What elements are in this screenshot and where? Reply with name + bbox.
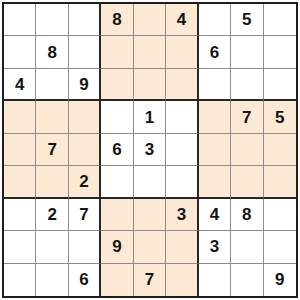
cell-r1c8[interactable]: 5 [231,4,263,36]
cell-r7c3[interactable]: 7 [69,199,101,231]
cell-r8c4[interactable]: 9 [101,231,133,263]
cell-r2c6[interactable] [166,36,198,68]
cell-r9c7[interactable] [199,264,231,296]
cell-r4c3[interactable] [69,101,101,133]
cell-r7c6[interactable]: 3 [166,199,198,231]
cell-r3c1[interactable]: 4 [4,69,36,101]
cell-r6c2[interactable] [36,166,68,198]
cell-r5c4[interactable]: 6 [101,134,133,166]
cell-r6c9[interactable] [264,166,296,198]
cell-r1c3[interactable] [69,4,101,36]
cell-r1c2[interactable] [36,4,68,36]
cell-r9c4[interactable] [101,264,133,296]
cell-r4c8[interactable]: 7 [231,101,263,133]
cell-r3c8[interactable] [231,69,263,101]
cell-r8c1[interactable] [4,231,36,263]
sudoku-board: 845864917576322734893679 [2,2,298,298]
cell-r7c7[interactable]: 4 [199,199,231,231]
cell-r5c8[interactable] [231,134,263,166]
cell-r5c7[interactable] [199,134,231,166]
cell-r3c3[interactable]: 9 [69,69,101,101]
cell-r1c7[interactable] [199,4,231,36]
cell-r5c6[interactable] [166,134,198,166]
cell-r2c8[interactable] [231,36,263,68]
cell-r5c5[interactable]: 3 [134,134,166,166]
cell-r6c5[interactable] [134,166,166,198]
cell-r8c2[interactable] [36,231,68,263]
cell-r3c6[interactable] [166,69,198,101]
cell-r7c8[interactable]: 8 [231,199,263,231]
cell-r4c2[interactable] [36,101,68,133]
cell-r2c9[interactable] [264,36,296,68]
cell-r4c6[interactable] [166,101,198,133]
cell-r1c5[interactable] [134,4,166,36]
cell-r2c7[interactable]: 6 [199,36,231,68]
cell-r9c8[interactable] [231,264,263,296]
cell-r9c2[interactable] [36,264,68,296]
cell-r6c3[interactable]: 2 [69,166,101,198]
cell-r5c1[interactable] [4,134,36,166]
cell-r3c9[interactable] [264,69,296,101]
cell-r7c1[interactable] [4,199,36,231]
cell-r5c2[interactable]: 7 [36,134,68,166]
cell-r9c5[interactable]: 7 [134,264,166,296]
cell-r6c8[interactable] [231,166,263,198]
cell-r5c3[interactable] [69,134,101,166]
cell-r8c6[interactable] [166,231,198,263]
cell-r1c1[interactable] [4,4,36,36]
cell-r8c3[interactable] [69,231,101,263]
cell-r2c5[interactable] [134,36,166,68]
cell-r8c7[interactable]: 3 [199,231,231,263]
cell-r5c9[interactable] [264,134,296,166]
cell-r9c1[interactable] [4,264,36,296]
cell-r4c1[interactable] [4,101,36,133]
cell-r9c6[interactable] [166,264,198,296]
cell-r7c5[interactable] [134,199,166,231]
cell-r1c9[interactable] [264,4,296,36]
cell-r2c3[interactable] [69,36,101,68]
cell-r3c5[interactable] [134,69,166,101]
cell-r3c4[interactable] [101,69,133,101]
cell-r2c2[interactable]: 8 [36,36,68,68]
cell-r4c5[interactable]: 1 [134,101,166,133]
cell-r4c7[interactable] [199,101,231,133]
cell-r8c8[interactable] [231,231,263,263]
cell-r8c5[interactable] [134,231,166,263]
cell-r8c9[interactable] [264,231,296,263]
cell-r9c3[interactable]: 6 [69,264,101,296]
cell-r6c4[interactable] [101,166,133,198]
cell-r4c9[interactable]: 5 [264,101,296,133]
cell-r6c1[interactable] [4,166,36,198]
cell-r2c1[interactable] [4,36,36,68]
page: 845864917576322734893679 [0,0,300,300]
cell-r7c9[interactable] [264,199,296,231]
cell-r6c6[interactable] [166,166,198,198]
cell-r3c7[interactable] [199,69,231,101]
cell-r7c2[interactable]: 2 [36,199,68,231]
cell-r3c2[interactable] [36,69,68,101]
cell-r1c6[interactable]: 4 [166,4,198,36]
cell-r6c7[interactable] [199,166,231,198]
cell-r9c9[interactable]: 9 [264,264,296,296]
cell-r2c4[interactable] [101,36,133,68]
cell-r4c4[interactable] [101,101,133,133]
cell-r7c4[interactable] [101,199,133,231]
cell-r1c4[interactable]: 8 [101,4,133,36]
